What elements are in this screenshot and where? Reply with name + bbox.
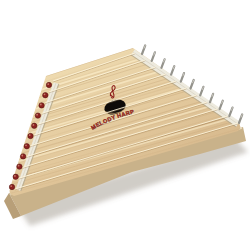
hitch-pin-highlight bbox=[36, 114, 38, 116]
hitch-pin-highlight bbox=[14, 175, 16, 177]
hitch-pin bbox=[43, 93, 48, 98]
hitch-pin bbox=[35, 113, 40, 118]
hitch-pin-highlight bbox=[29, 134, 31, 136]
hitch-pin-highlight bbox=[18, 165, 20, 167]
hitch-pin bbox=[39, 103, 44, 108]
hitch-pin-highlight bbox=[10, 185, 12, 187]
hitch-pin bbox=[9, 184, 14, 189]
hitch-pin-highlight bbox=[47, 83, 49, 85]
hitch-pin bbox=[17, 164, 22, 169]
hitch-pin-highlight bbox=[44, 93, 46, 95]
hitch-pin bbox=[46, 82, 51, 87]
hitch-pin bbox=[28, 133, 33, 138]
hitch-pin bbox=[13, 174, 18, 179]
hitch-pin-highlight bbox=[21, 155, 23, 157]
hitch-pin bbox=[32, 123, 37, 128]
product-photo: MELODY HARP bbox=[0, 0, 250, 250]
hitch-pin-highlight bbox=[25, 144, 27, 146]
hitch-pin-highlight bbox=[40, 104, 42, 106]
hitch-pin bbox=[20, 154, 25, 159]
lap-harp-illustration: MELODY HARP bbox=[0, 0, 250, 250]
hitch-pin-highlight bbox=[33, 124, 35, 126]
hitch-pin bbox=[24, 144, 29, 149]
